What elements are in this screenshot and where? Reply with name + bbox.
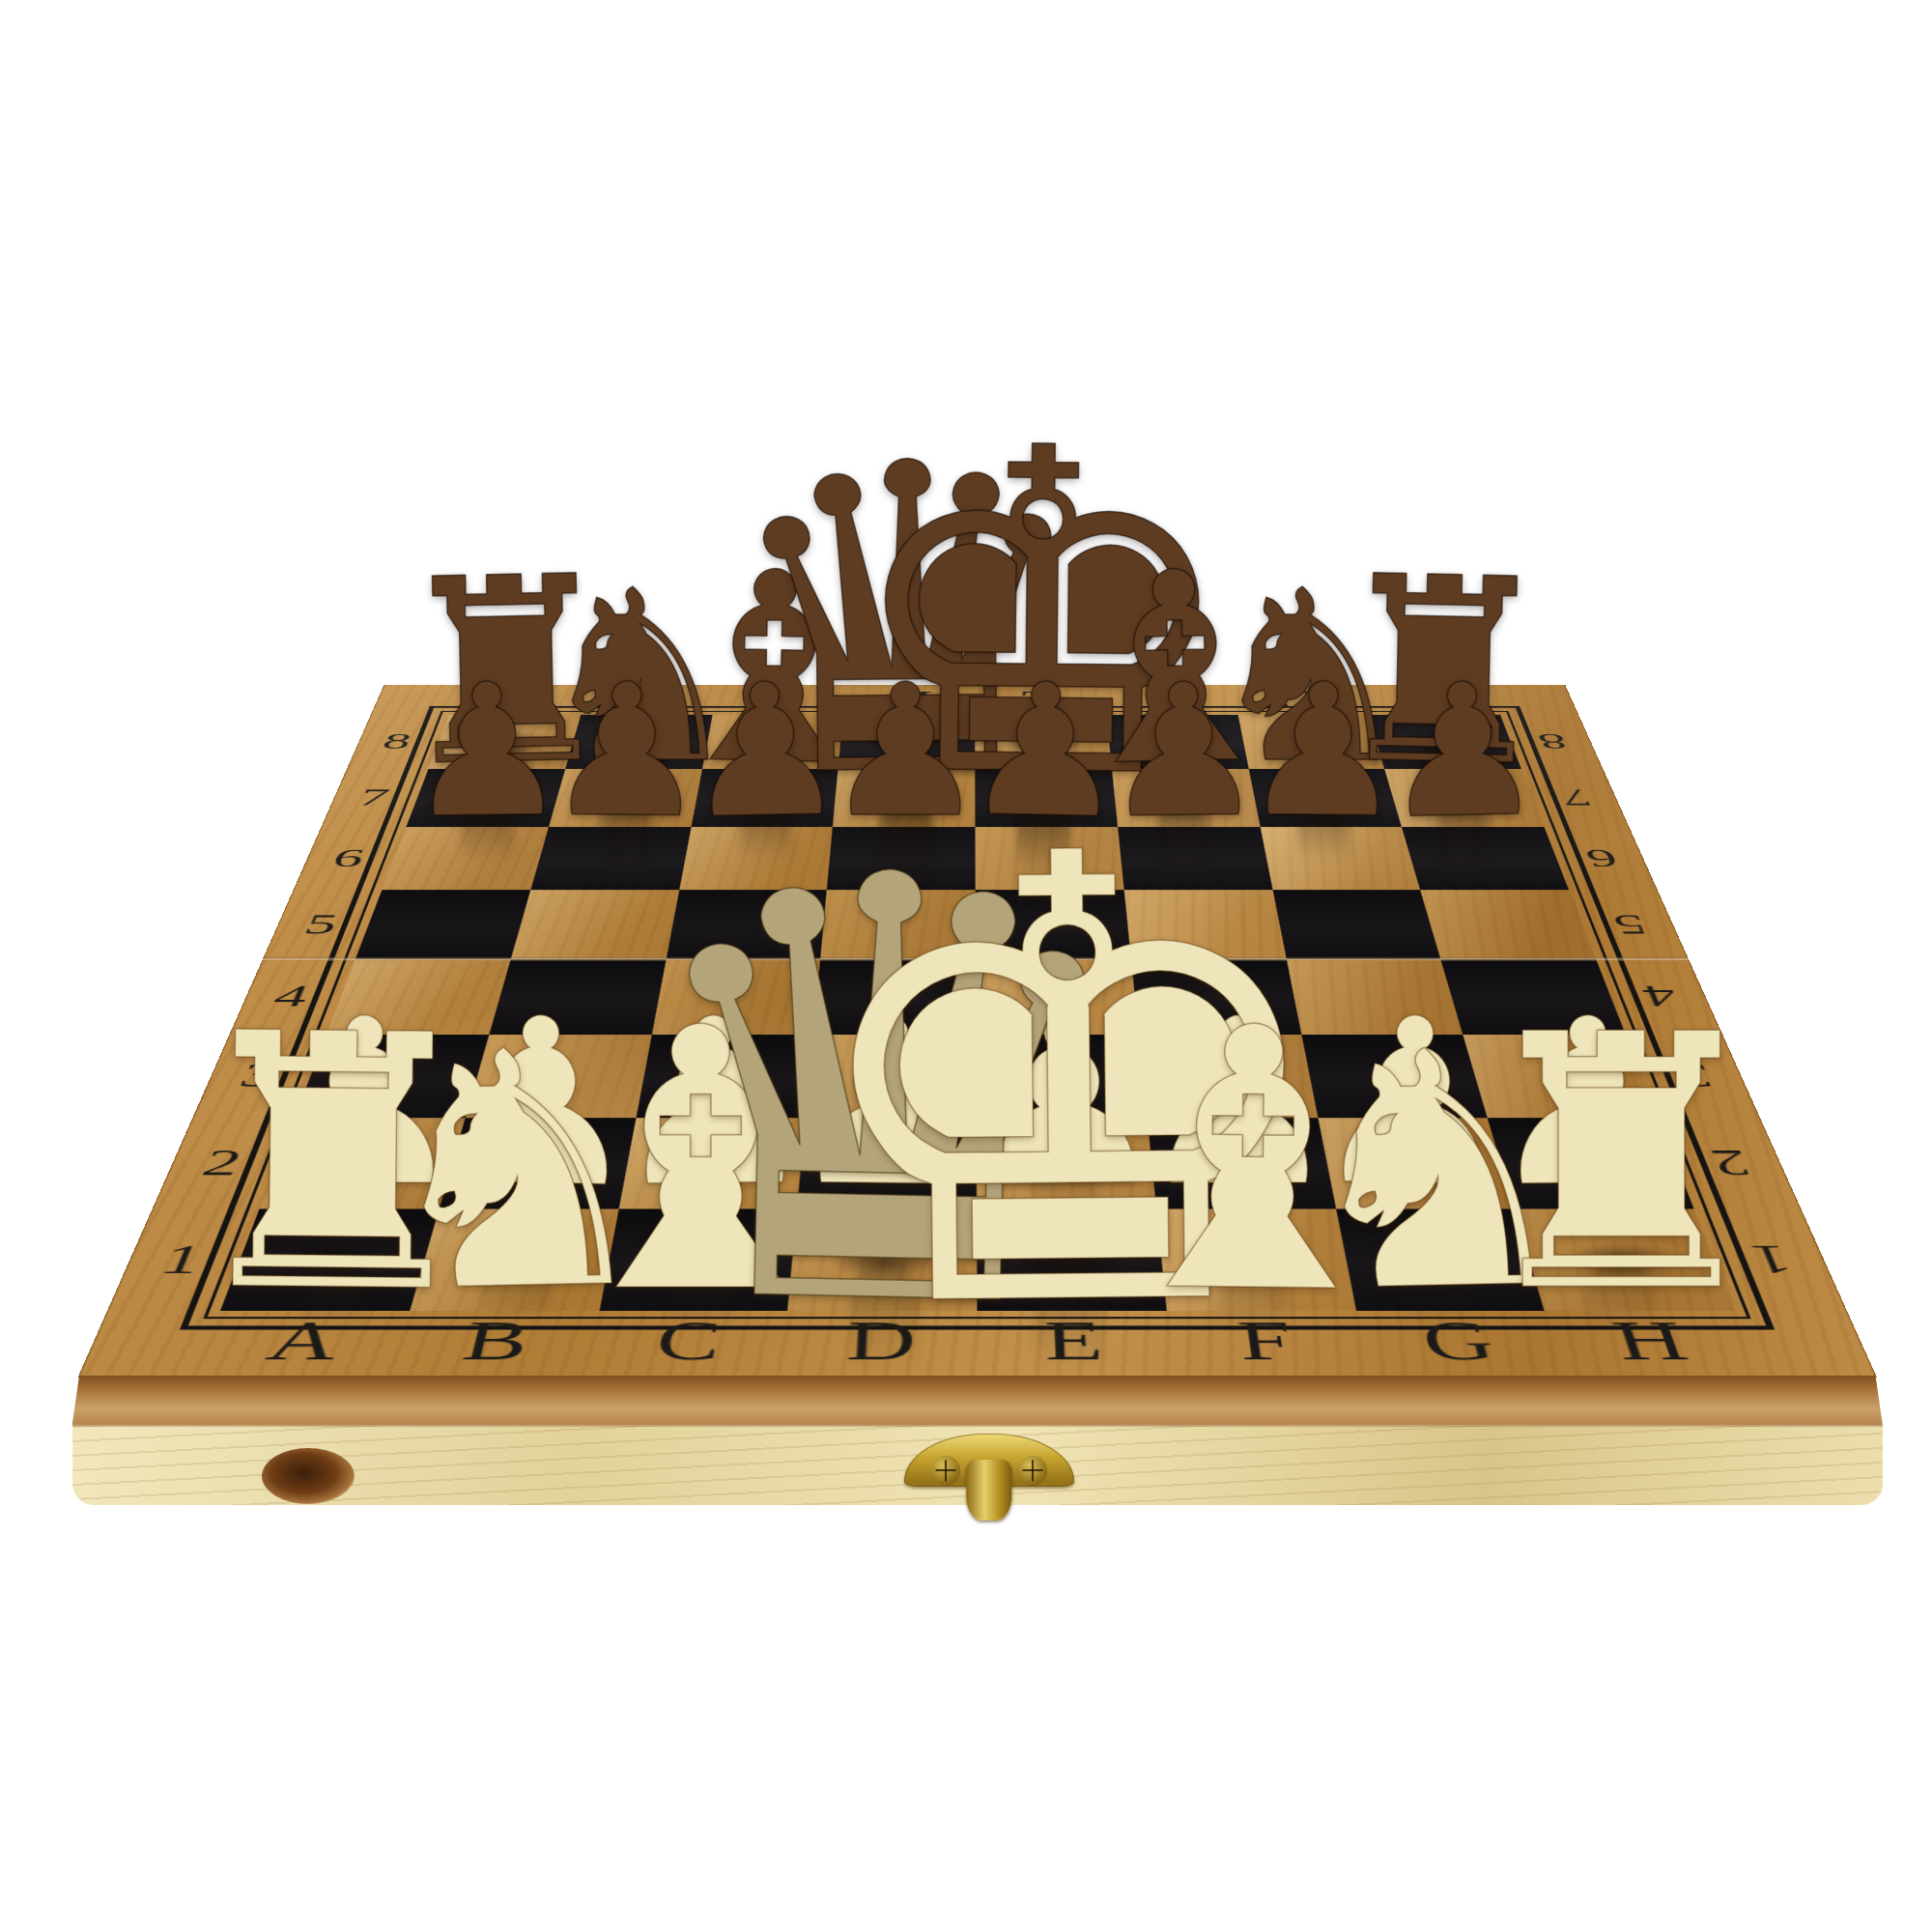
product-photo-scene: AA11BB22CC33DD44EE55FF66GG77HH88 ♜♞♝♛♚♝♞…	[0, 0, 1932, 1932]
rank-label-6-right: 6	[1581, 843, 1623, 873]
wood-knot	[262, 1448, 355, 1504]
black-pawn-h7[interactable]: ♟	[1370, 658, 1556, 844]
square-h5[interactable]	[1421, 890, 1597, 958]
rank-label-5-right: 5	[1607, 908, 1652, 940]
rank-label-6-left: 6	[327, 843, 369, 873]
square-a5[interactable]	[355, 890, 530, 958]
pieces-layer: ♜♞♝♛♚♝♞♜♟♟♟♟♟♟♟♟♟♟♟♟♟♟♟♟♜♞♝♛♚♝♞♜	[0, 0, 1932, 1932]
rank-label-5-left: 5	[299, 908, 344, 940]
brass-clasp[interactable]	[904, 1434, 1074, 1520]
clasp-screw-left	[931, 1456, 960, 1486]
clasp-screw-right	[1018, 1456, 1047, 1486]
clasp-knob[interactable]	[966, 1460, 1012, 1520]
white-rook-h1[interactable]: ♜	[1446, 989, 1797, 1340]
